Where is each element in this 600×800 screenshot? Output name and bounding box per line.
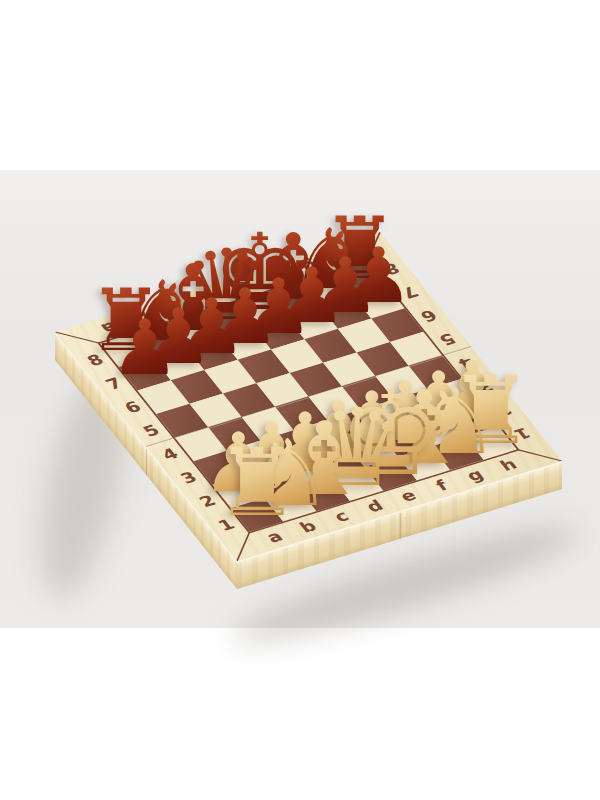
file-label-g-near: g: [463, 467, 486, 484]
fold-groove: [146, 448, 147, 475]
page: aabbccddeeffgghh1122334455667788 ♜♞♝♛♚♝♞…: [0, 0, 600, 800]
file-label-d-near: d: [363, 498, 386, 515]
file-label-d-far: d: [197, 289, 220, 306]
file-label-g-far: g: [298, 258, 321, 275]
rank-label-5-right: 5: [436, 331, 459, 348]
rank-label-1-right: 1: [511, 425, 534, 442]
file-label-c-far: c: [165, 300, 186, 316]
product-photo: aabbccddeeffgghh1122334455667788 ♜♞♝♛♚♝♞…: [0, 170, 600, 628]
file-label-a-far: a: [98, 320, 120, 336]
rank-label-7-right: 7: [398, 284, 421, 301]
rank-label-6-left: 6: [121, 398, 144, 415]
rank-label-4-left: 4: [158, 446, 181, 463]
rank-label-8-left: 8: [84, 351, 107, 368]
rank-label-2-right: 2: [492, 401, 515, 418]
rank-label-2-left: 2: [196, 493, 219, 510]
rank-label-8-right: 8: [380, 260, 403, 277]
file-label-h-far: h: [331, 248, 354, 265]
fold-groove: [400, 512, 402, 539]
file-label-e-far: e: [231, 279, 253, 295]
rank-label-7-left: 7: [102, 375, 125, 392]
file-label-f-far: f: [267, 269, 285, 284]
rank-label-6-right: 6: [417, 307, 440, 324]
rank-label-5-left: 5: [140, 422, 163, 439]
file-label-c-near: c: [331, 508, 352, 524]
file-label-h-near: h: [497, 456, 520, 473]
file-label-a-near: a: [263, 529, 285, 545]
file-label-e-near: e: [397, 487, 419, 503]
rank-label-3-right: 3: [473, 378, 496, 395]
file-label-f-near: f: [433, 478, 451, 493]
rank-label-1-left: 1: [215, 516, 238, 533]
rank-label-3-left: 3: [177, 469, 200, 486]
file-label-b-near: b: [296, 518, 319, 535]
rank-label-4-right: 4: [455, 354, 478, 371]
file-label-b-far: b: [131, 310, 154, 327]
